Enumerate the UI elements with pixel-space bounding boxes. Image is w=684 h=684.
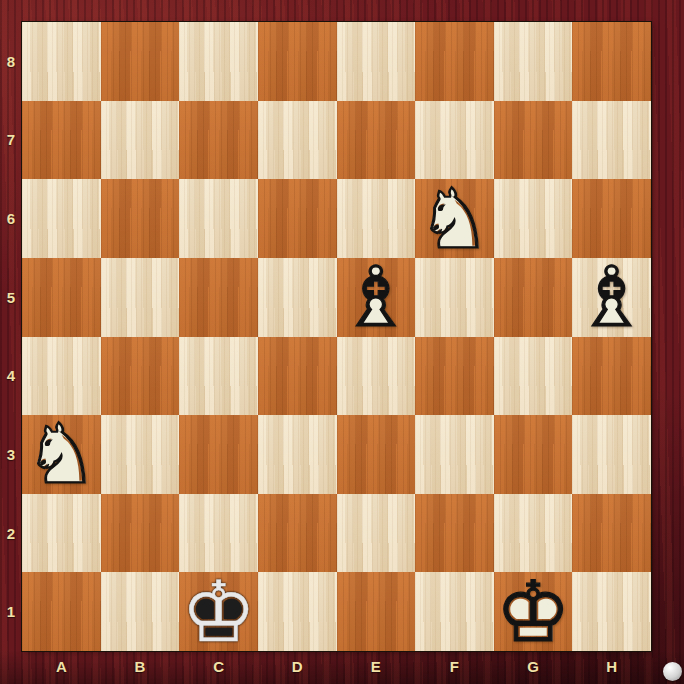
square-a7[interactable] <box>22 101 101 180</box>
square-g7[interactable] <box>494 101 573 180</box>
square-f1[interactable] <box>415 572 494 651</box>
file-labels: ABCDEFGH <box>22 651 651 681</box>
piece-outline-glyph: ♔ <box>179 572 258 651</box>
file-label-d: D <box>258 651 337 681</box>
square-g4[interactable] <box>494 337 573 416</box>
square-f8[interactable] <box>415 22 494 101</box>
piece-outline-glyph: ♘ <box>415 179 494 258</box>
square-d1[interactable] <box>258 572 337 651</box>
square-g3[interactable] <box>494 415 573 494</box>
square-a1[interactable] <box>22 572 101 651</box>
square-h5[interactable]: ♝♗ <box>572 258 651 337</box>
file-label-g: G <box>494 651 573 681</box>
square-b8[interactable] <box>101 22 180 101</box>
square-d8[interactable] <box>258 22 337 101</box>
square-b3[interactable] <box>101 415 180 494</box>
square-c6[interactable] <box>179 179 258 258</box>
rank-label-5: 5 <box>0 258 22 337</box>
rank-label-2: 2 <box>0 494 22 573</box>
square-b5[interactable] <box>101 258 180 337</box>
square-b1[interactable] <box>101 572 180 651</box>
rank-labels: 87654321 <box>0 22 22 651</box>
file-label-a: A <box>22 651 101 681</box>
file-label-b: B <box>101 651 180 681</box>
square-f6[interactable]: ♞♘ <box>415 179 494 258</box>
chess-board-window: ♞♘♝♗♝♗♞♘♚♔♚♔ 87654321 ABCDEFGH <box>0 0 684 684</box>
square-b6[interactable] <box>101 179 180 258</box>
square-g2[interactable] <box>494 494 573 573</box>
square-a3[interactable]: ♞♘ <box>22 415 101 494</box>
square-c7[interactable] <box>179 101 258 180</box>
square-c3[interactable] <box>179 415 258 494</box>
piece-outline-glyph: ♗ <box>572 258 651 337</box>
square-h8[interactable] <box>572 22 651 101</box>
square-h6[interactable] <box>572 179 651 258</box>
square-d6[interactable] <box>258 179 337 258</box>
square-c1[interactable]: ♚♔ <box>179 572 258 651</box>
square-b4[interactable] <box>101 337 180 416</box>
white-to-move-indicator <box>663 662 682 681</box>
file-label-h: H <box>572 651 651 681</box>
square-a4[interactable] <box>22 337 101 416</box>
square-g1[interactable]: ♚♔ <box>494 572 573 651</box>
square-b7[interactable] <box>101 101 180 180</box>
square-a6[interactable] <box>22 179 101 258</box>
square-d7[interactable] <box>258 101 337 180</box>
piece-outline-glyph: ♗ <box>337 258 416 337</box>
rank-label-8: 8 <box>0 22 22 101</box>
piece-white-knight-a3[interactable]: ♞♘ <box>22 415 101 494</box>
square-d5[interactable] <box>258 258 337 337</box>
square-c2[interactable] <box>179 494 258 573</box>
square-g6[interactable] <box>494 179 573 258</box>
chess-board: ♞♘♝♗♝♗♞♘♚♔♚♔ <box>22 22 651 651</box>
square-b2[interactable] <box>101 494 180 573</box>
square-h7[interactable] <box>572 101 651 180</box>
piece-outline-glyph: ♔ <box>494 572 573 651</box>
square-g8[interactable] <box>494 22 573 101</box>
rank-label-3: 3 <box>0 415 22 494</box>
rank-label-7: 7 <box>0 101 22 180</box>
piece-white-bishop-e5[interactable]: ♝♗ <box>337 258 416 337</box>
piece-outline-glyph: ♘ <box>22 415 101 494</box>
rank-label-4: 4 <box>0 337 22 416</box>
square-e1[interactable] <box>337 572 416 651</box>
square-d2[interactable] <box>258 494 337 573</box>
square-e8[interactable] <box>337 22 416 101</box>
square-e6[interactable] <box>337 179 416 258</box>
square-c5[interactable] <box>179 258 258 337</box>
square-d4[interactable] <box>258 337 337 416</box>
square-e4[interactable] <box>337 337 416 416</box>
rank-label-1: 1 <box>0 572 22 651</box>
piece-black-king-c1[interactable]: ♚♔ <box>179 572 258 651</box>
square-c8[interactable] <box>179 22 258 101</box>
square-a8[interactable] <box>22 22 101 101</box>
square-f3[interactable] <box>415 415 494 494</box>
square-a5[interactable] <box>22 258 101 337</box>
rank-label-6: 6 <box>0 179 22 258</box>
square-a2[interactable] <box>22 494 101 573</box>
square-f5[interactable] <box>415 258 494 337</box>
square-h2[interactable] <box>572 494 651 573</box>
piece-white-bishop-h5[interactable]: ♝♗ <box>572 258 651 337</box>
square-h4[interactable] <box>572 337 651 416</box>
square-c4[interactable] <box>179 337 258 416</box>
square-f4[interactable] <box>415 337 494 416</box>
square-e7[interactable] <box>337 101 416 180</box>
file-label-e: E <box>337 651 416 681</box>
square-e3[interactable] <box>337 415 416 494</box>
file-label-c: C <box>179 651 258 681</box>
file-label-f: F <box>415 651 494 681</box>
square-f2[interactable] <box>415 494 494 573</box>
square-g5[interactable] <box>494 258 573 337</box>
square-f7[interactable] <box>415 101 494 180</box>
square-e2[interactable] <box>337 494 416 573</box>
piece-white-king-g1[interactable]: ♚♔ <box>494 572 573 651</box>
square-e5[interactable]: ♝♗ <box>337 258 416 337</box>
square-h1[interactable] <box>572 572 651 651</box>
piece-white-knight-f6[interactable]: ♞♘ <box>415 179 494 258</box>
square-h3[interactable] <box>572 415 651 494</box>
square-d3[interactable] <box>258 415 337 494</box>
